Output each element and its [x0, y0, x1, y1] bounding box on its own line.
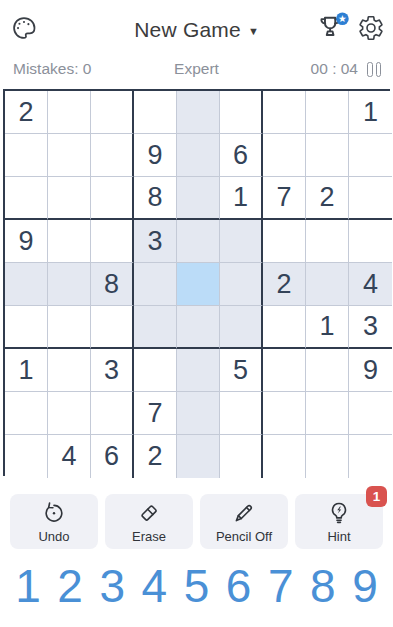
- cell-r6c7[interactable]: [263, 306, 306, 349]
- cell-r7c3[interactable]: 3: [91, 349, 134, 392]
- cell-r8c6[interactable]: [220, 392, 263, 435]
- chevron-down-icon: ▼: [248, 23, 259, 37]
- cell-r4c9[interactable]: [349, 220, 392, 263]
- toolbar: Undo Erase Pencil Off: [0, 494, 393, 549]
- cell-r1c5[interactable]: [177, 91, 220, 134]
- cell-r7c5[interactable]: [177, 349, 220, 392]
- cell-r3c5[interactable]: [177, 177, 220, 220]
- cell-r5c4[interactable]: [134, 263, 177, 306]
- numpad-3[interactable]: 3: [99, 563, 125, 609]
- numpad-5[interactable]: 5: [184, 563, 210, 609]
- cell-r2c4[interactable]: 9: [134, 134, 177, 177]
- pause-button[interactable]: [365, 60, 383, 79]
- numpad-6[interactable]: 6: [226, 563, 252, 609]
- cell-r7c1[interactable]: 1: [5, 349, 48, 392]
- hint-bulb-icon: [326, 500, 352, 526]
- numpad-1[interactable]: 1: [15, 563, 41, 609]
- numpad-2[interactable]: 2: [57, 563, 83, 609]
- cell-r7c4[interactable]: [134, 349, 177, 392]
- cell-r1c7[interactable]: [263, 91, 306, 134]
- cell-r6c2[interactable]: [48, 306, 91, 349]
- erase-label: Erase: [132, 529, 166, 544]
- cell-r8c5[interactable]: [177, 392, 220, 435]
- cell-r7c6[interactable]: 5: [220, 349, 263, 392]
- cell-r9c3[interactable]: 6: [91, 435, 134, 478]
- cell-r4c5[interactable]: [177, 220, 220, 263]
- cell-r1c9[interactable]: 1: [349, 91, 392, 134]
- cell-r6c4[interactable]: [134, 306, 177, 349]
- palette-icon: [10, 14, 38, 42]
- timer-value: 00 : 04: [311, 60, 358, 78]
- gear-icon: [357, 14, 385, 42]
- trophy-button[interactable]: ★: [317, 12, 351, 43]
- cell-r2c1[interactable]: [5, 134, 48, 177]
- svg-text:★: ★: [338, 13, 347, 24]
- cell-r7c8[interactable]: [306, 349, 349, 392]
- cell-r7c9[interactable]: 9: [349, 349, 392, 392]
- cell-r4c4[interactable]: 3: [134, 220, 177, 263]
- cell-r4c2[interactable]: [48, 220, 91, 263]
- cell-r9c4[interactable]: 2: [134, 435, 177, 478]
- cell-r6c8[interactable]: 1: [306, 306, 349, 349]
- cell-r3c3[interactable]: [91, 177, 134, 220]
- numpad-7[interactable]: 7: [268, 563, 294, 609]
- header-actions: ★: [317, 12, 385, 43]
- cell-r8c9[interactable]: [349, 392, 392, 435]
- cell-r5c9[interactable]: 4: [349, 263, 392, 306]
- number-pad: 123456789: [0, 563, 393, 609]
- cell-r2c7[interactable]: [263, 134, 306, 177]
- pencil-label: Pencil Off: [216, 529, 272, 544]
- hint-button[interactable]: 1 Hint: [295, 494, 383, 549]
- undo-label: Undo: [38, 529, 69, 544]
- cell-r6c3[interactable]: [91, 306, 134, 349]
- cell-r5c5[interactable]: [177, 263, 220, 306]
- cell-r9c2[interactable]: 4: [48, 435, 91, 478]
- cell-r9c9[interactable]: [349, 435, 392, 478]
- erase-button[interactable]: Erase: [105, 494, 193, 549]
- cell-r1c2[interactable]: [48, 91, 91, 134]
- settings-button[interactable]: [357, 14, 385, 42]
- cell-r9c6[interactable]: [220, 435, 263, 478]
- cell-r4c6[interactable]: [220, 220, 263, 263]
- undo-icon: [41, 500, 67, 526]
- cell-r1c4[interactable]: [134, 91, 177, 134]
- cell-r9c8[interactable]: [306, 435, 349, 478]
- cell-r2c9[interactable]: [349, 134, 392, 177]
- cell-r4c7[interactable]: [263, 220, 306, 263]
- cell-r5c1[interactable]: [5, 263, 48, 306]
- mistakes-counter: Mistakes: 0: [13, 60, 91, 78]
- cell-r1c8[interactable]: [306, 91, 349, 134]
- cell-r6c1[interactable]: [5, 306, 48, 349]
- cell-r1c1[interactable]: 2: [5, 91, 48, 134]
- cell-r2c3[interactable]: [91, 134, 134, 177]
- cell-r6c5[interactable]: [177, 306, 220, 349]
- pencil-button[interactable]: Pencil Off: [200, 494, 288, 549]
- cell-r1c3[interactable]: [91, 91, 134, 134]
- cell-r2c5[interactable]: [177, 134, 220, 177]
- cell-r3c4[interactable]: 8: [134, 177, 177, 220]
- numpad-8[interactable]: 8: [310, 563, 336, 609]
- sudoku-app: New Game ▼ ★: [0, 8, 393, 627]
- cell-r8c2[interactable]: [48, 392, 91, 435]
- numpad-9[interactable]: 9: [352, 563, 378, 609]
- cell-r9c5[interactable]: [177, 435, 220, 478]
- cell-r3c2[interactable]: [48, 177, 91, 220]
- cell-r3c9[interactable]: [349, 177, 392, 220]
- cell-r3c6[interactable]: 1: [220, 177, 263, 220]
- cell-r4c8[interactable]: [306, 220, 349, 263]
- cell-r8c4[interactable]: 7: [134, 392, 177, 435]
- sudoku-board: 21968172938241313597462: [3, 89, 390, 476]
- cell-r9c7[interactable]: [263, 435, 306, 478]
- pause-icon: [376, 62, 382, 77]
- numpad-4[interactable]: 4: [142, 563, 168, 609]
- page-title: New Game: [134, 18, 241, 42]
- timer-area: 00 : 04: [311, 60, 383, 79]
- pencil-icon: [231, 500, 257, 526]
- cell-r8c7[interactable]: [263, 392, 306, 435]
- cell-r8c8[interactable]: [306, 392, 349, 435]
- cell-r3c1[interactable]: [5, 177, 48, 220]
- cell-r5c2[interactable]: [48, 263, 91, 306]
- theme-palette-button[interactable]: [10, 14, 38, 42]
- eraser-icon: [136, 500, 162, 526]
- trophy-icon: ★: [317, 12, 351, 43]
- cell-r5c6[interactable]: [220, 263, 263, 306]
- cell-r5c7[interactable]: 2: [263, 263, 306, 306]
- top-bar: New Game ▼ ★: [0, 8, 393, 52]
- new-game-menu[interactable]: New Game ▼: [134, 18, 259, 42]
- cell-r3c8[interactable]: 2: [306, 177, 349, 220]
- cell-r7c2[interactable]: [48, 349, 91, 392]
- cell-r8c1[interactable]: [5, 392, 48, 435]
- status-bar: Mistakes: 0 Expert 00 : 04: [0, 54, 393, 84]
- pause-icon: [367, 62, 373, 77]
- cell-r5c3[interactable]: 8: [91, 263, 134, 306]
- cell-r1c6[interactable]: [220, 91, 263, 134]
- cell-r9c1[interactable]: [5, 435, 48, 478]
- cell-r7c7[interactable]: [263, 349, 306, 392]
- hint-badge: 1: [366, 486, 387, 507]
- cell-r5c8[interactable]: [306, 263, 349, 306]
- cell-r3c7[interactable]: 7: [263, 177, 306, 220]
- difficulty-label: Expert: [174, 60, 219, 78]
- cell-r8c3[interactable]: [91, 392, 134, 435]
- cell-r2c8[interactable]: [306, 134, 349, 177]
- cell-r4c3[interactable]: [91, 220, 134, 263]
- cell-r2c6[interactable]: 6: [220, 134, 263, 177]
- hint-label: Hint: [327, 529, 350, 544]
- cell-r4c1[interactable]: 9: [5, 220, 48, 263]
- undo-button[interactable]: Undo: [10, 494, 98, 549]
- cell-r2c2[interactable]: [48, 134, 91, 177]
- cell-r6c6[interactable]: [220, 306, 263, 349]
- cell-r6c9[interactable]: 3: [349, 306, 392, 349]
